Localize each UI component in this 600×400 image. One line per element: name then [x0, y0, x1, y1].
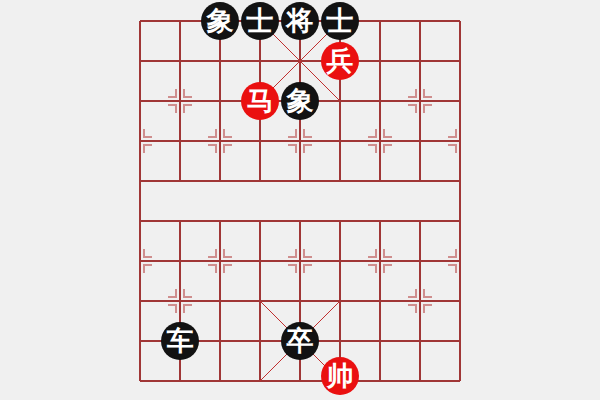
board-intersection[interactable]: [160, 81, 200, 121]
board-intersection[interactable]: [280, 361, 320, 400]
board-intersection[interactable]: [200, 321, 240, 361]
board-intersection[interactable]: [360, 1, 400, 41]
board-intersection[interactable]: [400, 161, 440, 201]
board-intersection[interactable]: [280, 241, 320, 281]
board-intersection[interactable]: [360, 121, 400, 161]
board-intersection[interactable]: [360, 81, 400, 121]
piece-black-advisor[interactable]: 士: [321, 2, 359, 40]
board-intersection[interactable]: [440, 161, 480, 201]
board-intersection[interactable]: [320, 161, 360, 201]
board-intersection[interactable]: [360, 161, 400, 201]
board-intersection[interactable]: [440, 321, 480, 361]
board-intersection[interactable]: [160, 281, 200, 321]
board-intersection[interactable]: [200, 41, 240, 81]
board-intersection[interactable]: [400, 361, 440, 400]
board-intersection[interactable]: [160, 201, 200, 241]
board-intersection[interactable]: [200, 81, 240, 121]
board-intersection[interactable]: [200, 241, 240, 281]
board-intersection[interactable]: [120, 121, 160, 161]
board-intersection[interactable]: [400, 1, 440, 41]
board-intersection[interactable]: [280, 121, 320, 161]
board-intersection[interactable]: [240, 241, 280, 281]
board-intersection[interactable]: [320, 81, 360, 121]
board-intersection[interactable]: [360, 201, 400, 241]
board-intersection[interactable]: [240, 121, 280, 161]
board-intersection[interactable]: [400, 81, 440, 121]
board-intersection[interactable]: [200, 121, 240, 161]
board-intersection[interactable]: [400, 321, 440, 361]
board-intersection[interactable]: [400, 41, 440, 81]
board-intersection[interactable]: [400, 281, 440, 321]
board-intersection[interactable]: [400, 121, 440, 161]
piece-black-soldier[interactable]: 卒: [281, 322, 319, 360]
board-intersection[interactable]: [160, 161, 200, 201]
board-intersection[interactable]: [120, 361, 160, 400]
board-intersection[interactable]: [440, 241, 480, 281]
board-intersection[interactable]: [440, 81, 480, 121]
board-intersection[interactable]: [360, 281, 400, 321]
board-intersection[interactable]: [440, 281, 480, 321]
board-intersection[interactable]: [280, 41, 320, 81]
board-intersection[interactable]: [440, 41, 480, 81]
board-intersection[interactable]: [160, 361, 200, 400]
board-intersection[interactable]: [120, 1, 160, 41]
xiangqi-board: 象士将士兵马象车卒帅: [0, 0, 600, 400]
board-intersection[interactable]: [240, 321, 280, 361]
board-intersection[interactable]: [280, 281, 320, 321]
board-intersection[interactable]: [120, 321, 160, 361]
board-intersection[interactable]: [200, 201, 240, 241]
board-intersection[interactable]: [200, 281, 240, 321]
pieces-grid: 象士将士兵马象车卒帅: [120, 1, 480, 400]
piece-red-soldier[interactable]: 兵: [321, 42, 359, 80]
board-intersection[interactable]: [360, 361, 400, 400]
board-intersection[interactable]: [400, 241, 440, 281]
board-intersection[interactable]: [320, 201, 360, 241]
board-intersection[interactable]: [200, 161, 240, 201]
board-intersection[interactable]: [440, 121, 480, 161]
board-intersection[interactable]: [320, 281, 360, 321]
board-intersection[interactable]: [120, 201, 160, 241]
board-intersection[interactable]: [120, 161, 160, 201]
board-intersection[interactable]: [240, 161, 280, 201]
piece-red-general[interactable]: 帅: [321, 357, 359, 395]
board-intersection[interactable]: [280, 161, 320, 201]
board-intersection[interactable]: [440, 201, 480, 241]
piece-black-general[interactable]: 将: [281, 2, 319, 40]
board-intersection[interactable]: [160, 121, 200, 161]
board-intersection[interactable]: [120, 281, 160, 321]
piece-red-horse[interactable]: 马: [241, 82, 279, 120]
board-intersection[interactable]: [120, 241, 160, 281]
board-intersection[interactable]: [360, 321, 400, 361]
board-intersection[interactable]: [120, 41, 160, 81]
board-intersection[interactable]: [240, 281, 280, 321]
board-intersection[interactable]: [160, 1, 200, 41]
board-intersection[interactable]: [440, 1, 480, 41]
board-intersection[interactable]: [240, 41, 280, 81]
board-intersection[interactable]: [280, 201, 320, 241]
board-intersection[interactable]: [320, 321, 360, 361]
board-intersection[interactable]: [200, 361, 240, 400]
board-intersection[interactable]: [120, 81, 160, 121]
board-intersection[interactable]: [320, 241, 360, 281]
piece-black-chariot[interactable]: 车: [161, 322, 199, 360]
board-intersection[interactable]: [240, 361, 280, 400]
board-intersection[interactable]: [160, 41, 200, 81]
piece-black-elephant[interactable]: 象: [281, 82, 319, 120]
board-intersection[interactable]: [320, 121, 360, 161]
board-intersection[interactable]: [160, 241, 200, 281]
piece-black-advisor[interactable]: 士: [241, 2, 279, 40]
board-intersection[interactable]: [360, 41, 400, 81]
board-intersection[interactable]: [240, 201, 280, 241]
board-intersection[interactable]: [360, 241, 400, 281]
board-intersection[interactable]: [440, 361, 480, 400]
board-intersection[interactable]: [400, 201, 440, 241]
piece-black-elephant[interactable]: 象: [201, 2, 239, 40]
